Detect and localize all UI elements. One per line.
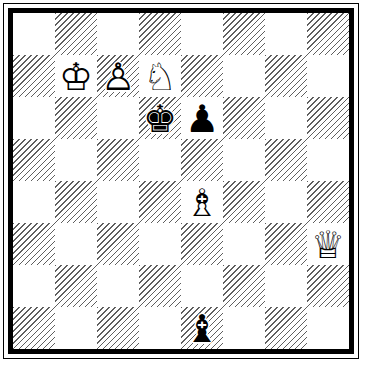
square-c5[interactable] — [97, 139, 139, 181]
square-d1[interactable] — [139, 307, 181, 349]
square-f6[interactable] — [223, 97, 265, 139]
square-b1[interactable] — [55, 307, 97, 349]
board-grid: ♚♔♟♙♞♘♚♚♟♟♝♗♛♕♝♝ — [13, 13, 349, 349]
square-c4[interactable] — [97, 181, 139, 223]
white-queen[interactable]: ♛♕ — [307, 223, 349, 265]
square-f4[interactable] — [223, 181, 265, 223]
square-g2[interactable] — [265, 265, 307, 307]
piece-glyph: ♙ — [97, 55, 139, 97]
square-a6[interactable] — [13, 97, 55, 139]
square-g7[interactable] — [265, 55, 307, 97]
black-pawn[interactable]: ♟♟ — [181, 97, 223, 139]
square-c1[interactable] — [97, 307, 139, 349]
square-g8[interactable] — [265, 13, 307, 55]
square-d8[interactable] — [139, 13, 181, 55]
square-d5[interactable] — [139, 139, 181, 181]
chess-diagram: ♚♔♟♙♞♘♚♚♟♟♝♗♛♕♝♝ — [0, 0, 367, 367]
square-h4[interactable] — [307, 181, 349, 223]
square-b5[interactable] — [55, 139, 97, 181]
square-a5[interactable] — [13, 139, 55, 181]
square-b7[interactable]: ♚♔ — [55, 55, 97, 97]
square-d4[interactable] — [139, 181, 181, 223]
white-knight[interactable]: ♞♘ — [139, 55, 181, 97]
square-b2[interactable] — [55, 265, 97, 307]
square-b4[interactable] — [55, 181, 97, 223]
square-a1[interactable] — [13, 307, 55, 349]
square-c2[interactable] — [97, 265, 139, 307]
square-b8[interactable] — [55, 13, 97, 55]
black-bishop[interactable]: ♝♝ — [181, 307, 223, 349]
square-d6[interactable]: ♚♚ — [139, 97, 181, 139]
square-c8[interactable] — [97, 13, 139, 55]
square-g5[interactable] — [265, 139, 307, 181]
piece-glyph: ♔ — [55, 55, 97, 97]
square-h8[interactable] — [307, 13, 349, 55]
square-a8[interactable] — [13, 13, 55, 55]
square-f5[interactable] — [223, 139, 265, 181]
piece-glyph: ♝ — [181, 307, 223, 349]
square-g3[interactable] — [265, 223, 307, 265]
square-g4[interactable] — [265, 181, 307, 223]
square-b6[interactable] — [55, 97, 97, 139]
square-d7[interactable]: ♞♘ — [139, 55, 181, 97]
square-a4[interactable] — [13, 181, 55, 223]
square-e8[interactable] — [181, 13, 223, 55]
square-e3[interactable] — [181, 223, 223, 265]
square-f8[interactable] — [223, 13, 265, 55]
square-f1[interactable] — [223, 307, 265, 349]
square-e5[interactable] — [181, 139, 223, 181]
square-g1[interactable] — [265, 307, 307, 349]
square-d3[interactable] — [139, 223, 181, 265]
square-f7[interactable] — [223, 55, 265, 97]
square-d2[interactable] — [139, 265, 181, 307]
board-outer-frame: ♚♔♟♙♞♘♚♚♟♟♝♗♛♕♝♝ — [3, 3, 359, 359]
white-pawn[interactable]: ♟♙ — [97, 55, 139, 97]
square-c3[interactable] — [97, 223, 139, 265]
square-h5[interactable] — [307, 139, 349, 181]
square-h2[interactable] — [307, 265, 349, 307]
square-e1[interactable]: ♝♝ — [181, 307, 223, 349]
square-f2[interactable] — [223, 265, 265, 307]
square-e6[interactable]: ♟♟ — [181, 97, 223, 139]
piece-glyph: ♟ — [181, 97, 223, 139]
board-inner-frame: ♚♔♟♙♞♘♚♚♟♟♝♗♛♕♝♝ — [8, 8, 354, 354]
square-a3[interactable] — [13, 223, 55, 265]
square-f3[interactable] — [223, 223, 265, 265]
square-h1[interactable] — [307, 307, 349, 349]
square-e7[interactable] — [181, 55, 223, 97]
square-a7[interactable] — [13, 55, 55, 97]
piece-glyph: ♘ — [139, 55, 181, 97]
black-king[interactable]: ♚♚ — [139, 97, 181, 139]
piece-glyph: ♗ — [181, 181, 223, 223]
square-h7[interactable] — [307, 55, 349, 97]
square-h3[interactable]: ♛♕ — [307, 223, 349, 265]
square-c6[interactable] — [97, 97, 139, 139]
piece-glyph: ♕ — [307, 223, 349, 265]
square-b3[interactable] — [55, 223, 97, 265]
square-g6[interactable] — [265, 97, 307, 139]
square-e4[interactable]: ♝♗ — [181, 181, 223, 223]
white-bishop[interactable]: ♝♗ — [181, 181, 223, 223]
square-c7[interactable]: ♟♙ — [97, 55, 139, 97]
square-e2[interactable] — [181, 265, 223, 307]
piece-glyph: ♚ — [139, 97, 181, 139]
square-h6[interactable] — [307, 97, 349, 139]
white-king[interactable]: ♚♔ — [55, 55, 97, 97]
square-a2[interactable] — [13, 265, 55, 307]
